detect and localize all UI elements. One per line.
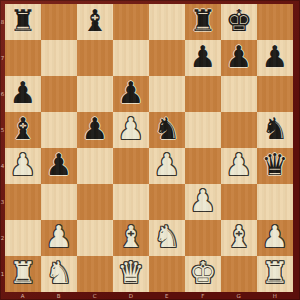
piece-black-pawn[interactable]: ♟ <box>118 75 145 111</box>
square-h1[interactable]: ♜ <box>257 256 293 292</box>
square-f5[interactable] <box>185 112 221 148</box>
square-c3[interactable] <box>77 184 113 220</box>
piece-white-pawn[interactable]: ♟ <box>46 219 73 255</box>
square-c2[interactable] <box>77 220 113 256</box>
square-e8[interactable] <box>149 4 185 40</box>
piece-black-pawn[interactable]: ♟ <box>46 147 73 183</box>
square-b8[interactable] <box>41 4 77 40</box>
square-b6[interactable] <box>41 76 77 112</box>
file-label-d: D <box>113 291 149 300</box>
square-b3[interactable] <box>41 184 77 220</box>
square-d7[interactable] <box>113 40 149 76</box>
square-f3[interactable]: ♟ <box>185 184 221 220</box>
square-h3[interactable] <box>257 184 293 220</box>
square-h7[interactable]: ♟ <box>257 40 293 76</box>
square-g6[interactable] <box>221 76 257 112</box>
piece-white-pawn[interactable]: ♟ <box>118 111 145 147</box>
square-c4[interactable] <box>77 148 113 184</box>
square-g2[interactable]: ♝ <box>221 220 257 256</box>
square-e1[interactable] <box>149 256 185 292</box>
square-b5[interactable] <box>41 112 77 148</box>
square-d1[interactable]: ♛ <box>113 256 149 292</box>
square-e3[interactable] <box>149 184 185 220</box>
piece-white-bishop[interactable]: ♝ <box>226 219 253 255</box>
square-d6[interactable]: ♟ <box>113 76 149 112</box>
piece-white-pawn[interactable]: ♟ <box>10 147 37 183</box>
square-d4[interactable] <box>113 148 149 184</box>
piece-black-rook[interactable]: ♜ <box>10 3 37 39</box>
file-label-h: H <box>257 291 293 300</box>
square-e5[interactable]: ♞ <box>149 112 185 148</box>
piece-white-rook[interactable]: ♜ <box>10 255 37 291</box>
square-f4[interactable] <box>185 148 221 184</box>
square-h8[interactable] <box>257 4 293 40</box>
square-h2[interactable]: ♟ <box>257 220 293 256</box>
file-label-e: E <box>149 291 185 300</box>
square-g7[interactable]: ♟ <box>221 40 257 76</box>
piece-black-bishop[interactable]: ♝ <box>10 111 37 147</box>
square-a3[interactable] <box>5 184 41 220</box>
piece-white-pawn[interactable]: ♟ <box>190 183 217 219</box>
square-g4[interactable]: ♟ <box>221 148 257 184</box>
piece-white-pawn[interactable]: ♟ <box>262 219 289 255</box>
piece-white-rook[interactable]: ♜ <box>262 255 289 291</box>
square-f8[interactable]: ♜ <box>185 4 221 40</box>
piece-white-king[interactable]: ♚ <box>190 255 217 291</box>
square-e6[interactable] <box>149 76 185 112</box>
square-a1[interactable]: ♜ <box>5 256 41 292</box>
square-f7[interactable]: ♟ <box>185 40 221 76</box>
square-b1[interactable]: ♞ <box>41 256 77 292</box>
file-label-c: C <box>77 291 113 300</box>
piece-white-bishop[interactable]: ♝ <box>118 219 145 255</box>
piece-black-king[interactable]: ♚ <box>226 3 253 39</box>
piece-black-bishop[interactable]: ♝ <box>82 3 109 39</box>
square-g1[interactable] <box>221 256 257 292</box>
chess-board-frame: 87654321 ♜♝♜♚♟♟♟♟♟♝♟♟♞♞♟♟♟♟♛♟♟♝♞♝♟♜♞♛♚♜ … <box>0 0 300 300</box>
square-a6[interactable]: ♟ <box>5 76 41 112</box>
piece-white-pawn[interactable]: ♟ <box>154 147 181 183</box>
square-g8[interactable]: ♚ <box>221 4 257 40</box>
file-labels: ABCDEFGH <box>5 291 293 300</box>
square-b4[interactable]: ♟ <box>41 148 77 184</box>
square-g5[interactable] <box>221 112 257 148</box>
chess-board: ♜♝♜♚♟♟♟♟♟♝♟♟♞♞♟♟♟♟♛♟♟♝♞♝♟♜♞♛♚♜ <box>5 4 293 292</box>
square-b7[interactable] <box>41 40 77 76</box>
square-f6[interactable] <box>185 76 221 112</box>
file-label-g: G <box>221 291 257 300</box>
square-a5[interactable]: ♝ <box>5 112 41 148</box>
square-c8[interactable]: ♝ <box>77 4 113 40</box>
piece-white-knight[interactable]: ♞ <box>46 255 73 291</box>
piece-black-pawn[interactable]: ♟ <box>10 75 37 111</box>
piece-black-knight[interactable]: ♞ <box>154 111 181 147</box>
piece-black-rook[interactable]: ♜ <box>190 3 217 39</box>
piece-white-pawn[interactable]: ♟ <box>226 147 253 183</box>
square-h5[interactable]: ♞ <box>257 112 293 148</box>
piece-black-pawn[interactable]: ♟ <box>82 111 109 147</box>
square-d8[interactable] <box>113 4 149 40</box>
piece-white-knight[interactable]: ♞ <box>154 219 181 255</box>
square-f1[interactable]: ♚ <box>185 256 221 292</box>
square-a8[interactable]: ♜ <box>5 4 41 40</box>
piece-black-pawn[interactable]: ♟ <box>262 39 289 75</box>
piece-black-knight[interactable]: ♞ <box>262 111 289 147</box>
square-h4[interactable]: ♛ <box>257 148 293 184</box>
square-c5[interactable]: ♟ <box>77 112 113 148</box>
piece-white-queen[interactable]: ♛ <box>118 255 145 291</box>
square-a4[interactable]: ♟ <box>5 148 41 184</box>
square-d2[interactable]: ♝ <box>113 220 149 256</box>
piece-black-pawn[interactable]: ♟ <box>226 39 253 75</box>
file-label-a: A <box>5 291 41 300</box>
square-c6[interactable] <box>77 76 113 112</box>
piece-black-queen[interactable]: ♛ <box>262 147 289 183</box>
square-f2[interactable] <box>185 220 221 256</box>
piece-black-pawn[interactable]: ♟ <box>190 39 217 75</box>
square-b2[interactable]: ♟ <box>41 220 77 256</box>
square-a7[interactable] <box>5 40 41 76</box>
square-c1[interactable] <box>77 256 113 292</box>
square-e4[interactable]: ♟ <box>149 148 185 184</box>
square-c7[interactable] <box>77 40 113 76</box>
file-label-f: F <box>185 291 221 300</box>
square-a2[interactable] <box>5 220 41 256</box>
file-label-b: B <box>41 291 77 300</box>
square-h6[interactable] <box>257 76 293 112</box>
square-e2[interactable]: ♞ <box>149 220 185 256</box>
square-d3[interactable] <box>113 184 149 220</box>
square-g3[interactable] <box>221 184 257 220</box>
square-e7[interactable] <box>149 40 185 76</box>
square-d5[interactable]: ♟ <box>113 112 149 148</box>
